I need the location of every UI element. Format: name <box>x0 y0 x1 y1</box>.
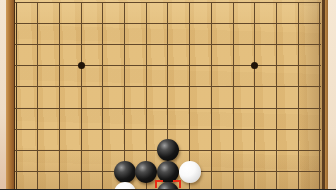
white-stone <box>114 182 136 189</box>
grid-line-horizontal <box>15 2 321 3</box>
grid-line-horizontal <box>15 108 321 109</box>
grid-line-vertical <box>276 2 277 190</box>
grid-line-vertical <box>233 2 234 190</box>
grid-line-horizontal <box>15 129 321 130</box>
star-point <box>78 62 85 69</box>
grid-line-vertical <box>16 2 18 190</box>
goban[interactable] <box>0 0 336 189</box>
grid-line-horizontal <box>15 44 321 45</box>
grid-line-vertical <box>298 2 299 190</box>
grid-line-vertical <box>319 2 320 190</box>
grid-line-vertical <box>254 2 255 190</box>
marker-corner-tl <box>155 180 163 188</box>
grid-line-horizontal <box>15 23 321 24</box>
go-board-screenshot <box>0 0 336 189</box>
grid-line-horizontal <box>15 65 321 66</box>
black-stone <box>157 139 179 161</box>
grid-line-vertical <box>59 2 60 190</box>
white-stone <box>179 161 201 183</box>
grid-line-vertical <box>211 2 212 190</box>
star-point <box>251 62 258 69</box>
grid-line-vertical <box>81 2 82 190</box>
black-stone <box>135 161 157 183</box>
black-stone <box>114 161 136 183</box>
marker-corner-tr <box>173 180 181 188</box>
grid-line-vertical <box>102 2 103 190</box>
grid-line-vertical <box>37 2 38 190</box>
last-move-marker <box>155 180 181 189</box>
grid-line-horizontal <box>15 86 321 87</box>
